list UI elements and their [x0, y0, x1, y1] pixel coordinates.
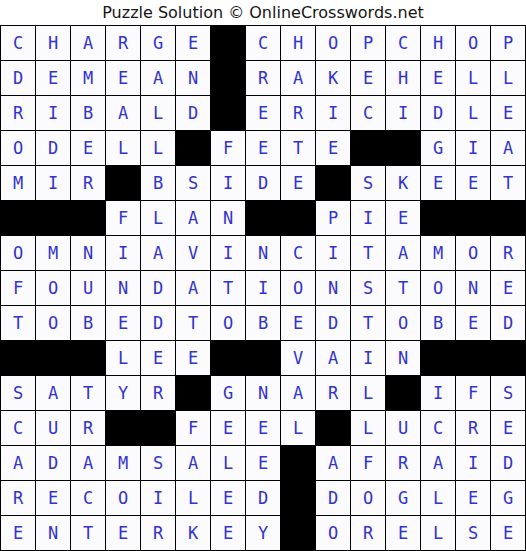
letter-cell: I	[386, 96, 421, 131]
letter-cell: K	[176, 516, 211, 551]
letter-cell: O	[281, 271, 316, 306]
block-cell	[106, 166, 141, 201]
letter-cell: A	[141, 61, 176, 96]
letter-cell: F	[351, 446, 386, 481]
block-cell	[421, 201, 456, 236]
letter-cell: M	[71, 61, 106, 96]
letter-cell: H	[386, 61, 421, 96]
letter-cell: M	[36, 236, 71, 271]
letter-cell: K	[386, 166, 421, 201]
letter-cell: D	[1, 61, 36, 96]
block-cell	[456, 341, 491, 376]
letter-cell: R	[456, 411, 491, 446]
letter-cell: N	[316, 271, 351, 306]
letter-cell: A	[176, 271, 211, 306]
letter-cell: A	[141, 236, 176, 271]
letter-cell: F	[176, 411, 211, 446]
letter-cell: V	[176, 236, 211, 271]
block-cell	[211, 61, 246, 96]
letter-cell: C	[1, 411, 36, 446]
block-cell	[281, 446, 316, 481]
letter-cell: I	[36, 96, 71, 131]
letter-cell: N	[71, 236, 106, 271]
letter-cell: L	[211, 446, 246, 481]
letter-cell: D	[316, 481, 351, 516]
letter-cell: E	[176, 341, 211, 376]
letter-cell: D	[491, 446, 526, 481]
block-cell	[316, 411, 351, 446]
letter-cell: A	[316, 446, 351, 481]
letter-cell: T	[281, 131, 316, 166]
letter-cell: T	[386, 271, 421, 306]
letter-cell: A	[176, 446, 211, 481]
letter-cell: T	[71, 376, 106, 411]
letter-cell: O	[1, 131, 36, 166]
letter-cell: F	[211, 131, 246, 166]
letter-cell: N	[456, 271, 491, 306]
letter-cell: E	[141, 341, 176, 376]
letter-cell: D	[36, 446, 71, 481]
letter-cell: T	[71, 516, 106, 551]
letter-cell: L	[491, 61, 526, 96]
letter-cell: I	[141, 481, 176, 516]
letter-cell: O	[316, 26, 351, 61]
letter-cell: O	[456, 236, 491, 271]
letter-cell: D	[316, 306, 351, 341]
block-cell	[281, 201, 316, 236]
block-cell	[71, 341, 106, 376]
letter-cell: R	[281, 96, 316, 131]
letter-cell: E	[281, 166, 316, 201]
letter-cell: D	[141, 271, 176, 306]
letter-cell: G	[211, 376, 246, 411]
letter-cell: E	[456, 481, 491, 516]
letter-cell: E	[246, 446, 281, 481]
letter-cell: L	[456, 96, 491, 131]
letter-cell: G	[491, 481, 526, 516]
letter-cell: A	[71, 446, 106, 481]
letter-cell: A	[491, 131, 526, 166]
letter-cell: G	[141, 26, 176, 61]
letter-cell: M	[1, 166, 36, 201]
block-cell	[141, 411, 176, 446]
block-cell	[211, 26, 246, 61]
letter-cell: B	[246, 306, 281, 341]
letter-cell: U	[71, 271, 106, 306]
letter-cell: L	[351, 376, 386, 411]
letter-cell: G	[421, 131, 456, 166]
letter-cell: E	[211, 516, 246, 551]
letter-cell: R	[1, 96, 36, 131]
letter-cell: L	[421, 481, 456, 516]
letter-cell: I	[316, 96, 351, 131]
letter-cell: D	[36, 131, 71, 166]
letter-cell: E	[36, 61, 71, 96]
letter-cell: S	[491, 376, 526, 411]
letter-cell: A	[316, 341, 351, 376]
letter-cell: I	[421, 376, 456, 411]
letter-cell: L	[106, 131, 141, 166]
block-cell	[211, 341, 246, 376]
letter-cell: A	[36, 376, 71, 411]
letter-cell: E	[351, 61, 386, 96]
letter-cell: B	[71, 306, 106, 341]
letter-cell: R	[106, 26, 141, 61]
letter-cell: S	[351, 166, 386, 201]
letter-cell: O	[36, 306, 71, 341]
letter-cell: E	[421, 61, 456, 96]
letter-cell: I	[351, 201, 386, 236]
block-cell	[246, 201, 281, 236]
letter-cell: S	[1, 376, 36, 411]
letter-cell: E	[211, 411, 246, 446]
letter-cell: R	[1, 481, 36, 516]
block-cell	[281, 481, 316, 516]
letter-cell: R	[316, 376, 351, 411]
letter-cell: E	[106, 306, 141, 341]
letter-cell: C	[1, 26, 36, 61]
letter-cell: E	[491, 516, 526, 551]
letter-cell: E	[1, 516, 36, 551]
letter-cell: N	[36, 516, 71, 551]
letter-cell: E	[386, 516, 421, 551]
letter-cell: L	[106, 341, 141, 376]
letter-cell: A	[1, 446, 36, 481]
letter-cell: D	[246, 166, 281, 201]
letter-cell: H	[36, 26, 71, 61]
letter-cell: S	[456, 516, 491, 551]
letter-cell: L	[141, 96, 176, 131]
block-cell	[71, 201, 106, 236]
letter-cell: V	[281, 341, 316, 376]
letter-cell: C	[281, 236, 316, 271]
letter-cell: A	[176, 201, 211, 236]
letter-cell: B	[141, 166, 176, 201]
letter-cell: B	[71, 96, 106, 131]
block-cell	[421, 341, 456, 376]
letter-cell: D	[141, 306, 176, 341]
letter-cell: N	[106, 271, 141, 306]
letter-cell: C	[386, 26, 421, 61]
letter-cell: H	[421, 26, 456, 61]
letter-cell: O	[351, 481, 386, 516]
letter-cell: I	[36, 166, 71, 201]
letter-cell: I	[351, 341, 386, 376]
letter-cell: I	[456, 131, 491, 166]
letter-cell: D	[491, 306, 526, 341]
letter-cell: E	[106, 61, 141, 96]
letter-cell: A	[106, 96, 141, 131]
letter-cell: L	[421, 516, 456, 551]
block-cell	[491, 201, 526, 236]
letter-cell: I	[211, 236, 246, 271]
letter-cell: E	[211, 481, 246, 516]
block-cell	[386, 131, 421, 166]
letter-cell: C	[246, 26, 281, 61]
block-cell	[1, 201, 36, 236]
letter-cell: O	[421, 271, 456, 306]
block-cell	[36, 201, 71, 236]
letter-cell: I	[246, 271, 281, 306]
letter-cell: P	[316, 201, 351, 236]
block-cell	[386, 376, 421, 411]
letter-cell: E	[491, 96, 526, 131]
letter-cell: K	[316, 61, 351, 96]
crossword-grid: CHARGECHOPCHOPDEMEANRAKEHELLRIBALDERICID…	[0, 25, 526, 551]
letter-cell: I	[456, 446, 491, 481]
block-cell	[351, 131, 386, 166]
letter-cell: E	[456, 166, 491, 201]
letter-cell: E	[246, 96, 281, 131]
letter-cell: T	[1, 306, 36, 341]
letter-cell: O	[456, 26, 491, 61]
letter-cell: A	[71, 26, 106, 61]
letter-cell: O	[386, 306, 421, 341]
letter-cell: F	[106, 201, 141, 236]
block-cell	[491, 341, 526, 376]
letter-cell: O	[1, 236, 36, 271]
letter-cell: I	[211, 166, 246, 201]
letter-cell: E	[71, 131, 106, 166]
letter-cell: G	[386, 481, 421, 516]
letter-cell: M	[106, 446, 141, 481]
block-cell	[176, 376, 211, 411]
letter-cell: L	[456, 61, 491, 96]
letter-cell: E	[491, 271, 526, 306]
block-cell	[281, 516, 316, 551]
letter-cell: E	[106, 516, 141, 551]
letter-cell: N	[211, 201, 246, 236]
letter-cell: L	[281, 411, 316, 446]
letter-cell: E	[421, 166, 456, 201]
letter-cell: A	[421, 446, 456, 481]
letter-cell: R	[246, 61, 281, 96]
letter-cell: C	[71, 481, 106, 516]
block-cell	[176, 131, 211, 166]
letter-cell: S	[141, 446, 176, 481]
letter-cell: E	[491, 411, 526, 446]
letter-cell: O	[316, 516, 351, 551]
letter-cell: F	[456, 376, 491, 411]
letter-cell: R	[71, 166, 106, 201]
letter-cell: N	[176, 61, 211, 96]
block-cell	[316, 166, 351, 201]
letter-cell: L	[351, 411, 386, 446]
letter-cell: E	[36, 481, 71, 516]
letter-cell: O	[211, 306, 246, 341]
letter-cell: R	[71, 411, 106, 446]
letter-cell: S	[351, 271, 386, 306]
page-title: Puzzle Solution © OnlineCrosswords.net	[0, 0, 526, 25]
letter-cell: C	[351, 96, 386, 131]
letter-cell: T	[351, 306, 386, 341]
letter-cell: F	[1, 271, 36, 306]
letter-cell: S	[176, 166, 211, 201]
letter-cell: Y	[246, 516, 281, 551]
letter-cell: R	[351, 516, 386, 551]
letter-cell: P	[351, 26, 386, 61]
letter-cell: R	[141, 516, 176, 551]
block-cell	[106, 411, 141, 446]
letter-cell: E	[176, 26, 211, 61]
letter-cell: A	[386, 236, 421, 271]
letter-cell: M	[421, 236, 456, 271]
letter-cell: E	[386, 201, 421, 236]
letter-cell: L	[141, 131, 176, 166]
letter-cell: N	[386, 341, 421, 376]
letter-cell: A	[281, 61, 316, 96]
letter-cell: R	[386, 446, 421, 481]
letter-cell: L	[141, 201, 176, 236]
letter-cell: D	[176, 96, 211, 131]
letter-cell: A	[281, 376, 316, 411]
letter-cell: E	[281, 306, 316, 341]
letter-cell: C	[421, 411, 456, 446]
letter-cell: O	[106, 481, 141, 516]
block-cell	[456, 201, 491, 236]
letter-cell: T	[211, 271, 246, 306]
letter-cell: R	[141, 376, 176, 411]
letter-cell: D	[246, 481, 281, 516]
letter-cell: U	[386, 411, 421, 446]
letter-cell: L	[176, 481, 211, 516]
letter-cell: E	[246, 411, 281, 446]
block-cell	[246, 341, 281, 376]
letter-cell: H	[281, 26, 316, 61]
block-cell	[36, 341, 71, 376]
letter-cell: E	[316, 131, 351, 166]
letter-cell: T	[491, 166, 526, 201]
letter-cell: N	[246, 376, 281, 411]
letter-cell: Y	[106, 376, 141, 411]
letter-cell: O	[36, 271, 71, 306]
letter-cell: I	[316, 236, 351, 271]
letter-cell: P	[491, 26, 526, 61]
letter-cell: D	[421, 96, 456, 131]
block-cell	[211, 96, 246, 131]
block-cell	[1, 341, 36, 376]
letter-cell: T	[176, 306, 211, 341]
letter-cell: B	[421, 306, 456, 341]
letter-cell: E	[456, 306, 491, 341]
letter-cell: R	[491, 236, 526, 271]
letter-cell: U	[36, 411, 71, 446]
letter-cell: N	[246, 236, 281, 271]
letter-cell: T	[351, 236, 386, 271]
letter-cell: I	[106, 236, 141, 271]
letter-cell: E	[246, 131, 281, 166]
